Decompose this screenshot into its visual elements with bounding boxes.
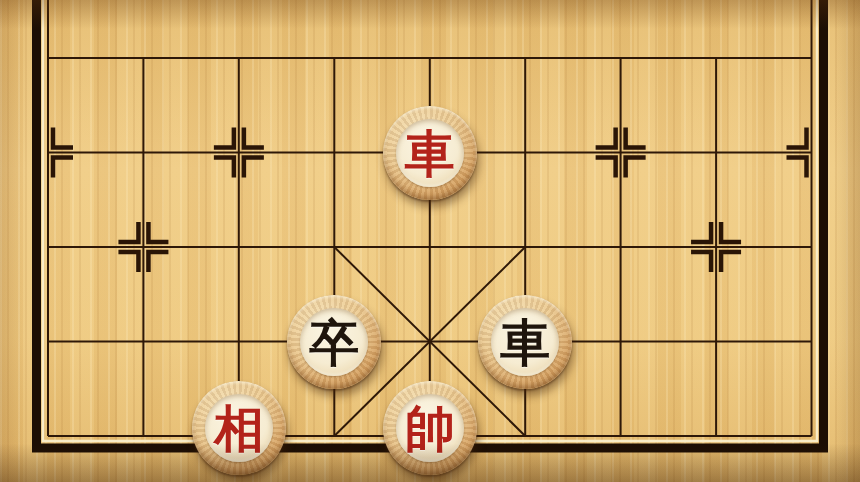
piece-glyph: 帥 — [405, 404, 455, 454]
piece-glyph: 卒 — [309, 318, 359, 368]
piece-glyph: 車 — [500, 318, 550, 368]
piece-red-general-e1[interactable]: 帥 — [383, 381, 477, 475]
xiangqi-board-view: 車卒車相帥 — [0, 0, 860, 482]
piece-face: 卒 — [300, 308, 368, 376]
piece-face: 帥 — [396, 394, 464, 462]
piece-glyph: 相 — [214, 404, 264, 454]
piece-black-chariot-f2[interactable]: 車 — [478, 295, 572, 389]
piece-red-elephant-c1[interactable]: 相 — [192, 381, 286, 475]
piece-face: 車 — [491, 308, 559, 376]
piece-face: 車 — [396, 119, 464, 187]
piece-black-pawn-d2[interactable]: 卒 — [287, 295, 381, 389]
pieces-layer: 車卒車相帥 — [0, 0, 860, 482]
piece-red-chariot-e4[interactable]: 車 — [383, 106, 477, 200]
piece-face: 相 — [205, 394, 273, 462]
piece-glyph: 車 — [405, 129, 455, 179]
